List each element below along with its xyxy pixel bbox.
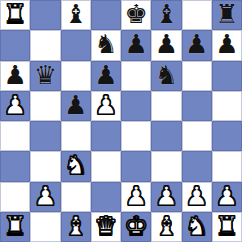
square-d4[interactable] [91, 121, 121, 151]
piece-white-queen[interactable]: ♛ [94, 213, 117, 239]
square-g5[interactable] [182, 91, 212, 121]
square-d7[interactable]: ♞ [91, 30, 121, 60]
piece-black-knight[interactable]: ♞ [155, 62, 178, 88]
square-f2[interactable]: ♟ [151, 182, 181, 212]
piece-black-pawn[interactable]: ♟ [94, 62, 117, 88]
piece-black-pawn[interactable]: ♟ [124, 31, 147, 57]
square-c3[interactable]: ♞ [61, 151, 91, 181]
piece-white-pawn[interactable]: ♟ [94, 92, 117, 118]
square-e4[interactable] [121, 121, 151, 151]
piece-white-rook[interactable]: ♜ [3, 213, 26, 239]
piece-white-pawn[interactable]: ♟ [185, 183, 208, 209]
square-h2[interactable]: ♟ [212, 182, 242, 212]
square-a8[interactable]: ♜ [0, 0, 30, 30]
square-e3[interactable] [121, 151, 151, 181]
square-f5[interactable] [151, 91, 181, 121]
piece-black-queen[interactable]: ♛ [34, 62, 57, 88]
square-c2[interactable] [61, 182, 91, 212]
piece-white-rook[interactable]: ♜ [3, 1, 26, 27]
square-c7[interactable] [61, 30, 91, 60]
square-d8[interactable] [91, 0, 121, 30]
square-b1[interactable] [30, 212, 60, 242]
piece-white-knight[interactable]: ♞ [185, 213, 208, 239]
square-a7[interactable] [0, 30, 30, 60]
square-b5[interactable] [30, 91, 60, 121]
piece-white-rook[interactable]: ♜ [215, 213, 238, 239]
square-g1[interactable]: ♞ [182, 212, 212, 242]
square-g6[interactable] [182, 61, 212, 91]
square-a4[interactable] [0, 121, 30, 151]
piece-white-pawn[interactable]: ♟ [155, 183, 178, 209]
square-a1[interactable]: ♜ [0, 212, 30, 242]
square-d1[interactable]: ♛ [91, 212, 121, 242]
square-b7[interactable] [30, 30, 60, 60]
square-g4[interactable] [182, 121, 212, 151]
piece-black-pawn[interactable]: ♟ [3, 62, 26, 88]
square-c4[interactable] [61, 121, 91, 151]
square-f6[interactable]: ♞ [151, 61, 181, 91]
piece-white-pawn[interactable]: ♟ [124, 183, 147, 209]
piece-white-king[interactable]: ♚ [124, 213, 147, 239]
piece-black-bishop[interactable]: ♝ [64, 1, 87, 27]
square-d5[interactable]: ♟ [91, 91, 121, 121]
square-g2[interactable]: ♟ [182, 182, 212, 212]
square-a2[interactable] [0, 182, 30, 212]
piece-white-knight[interactable]: ♞ [64, 152, 87, 178]
square-f7[interactable]: ♟ [151, 30, 181, 60]
piece-black-rook[interactable]: ♜ [215, 1, 238, 27]
square-e2[interactable]: ♟ [121, 182, 151, 212]
square-h6[interactable] [212, 61, 242, 91]
piece-black-bishop[interactable]: ♝ [155, 1, 178, 27]
square-g7[interactable]: ♟ [182, 30, 212, 60]
square-h5[interactable] [212, 91, 242, 121]
square-e6[interactable] [121, 61, 151, 91]
square-f4[interactable] [151, 121, 181, 151]
square-f1[interactable]: ♝ [151, 212, 181, 242]
piece-white-bishop[interactable]: ♝ [64, 213, 87, 239]
square-e7[interactable]: ♟ [121, 30, 151, 60]
square-b8[interactable] [30, 0, 60, 30]
square-h7[interactable]: ♟ [212, 30, 242, 60]
square-h1[interactable]: ♜ [212, 212, 242, 242]
square-d2[interactable] [91, 182, 121, 212]
piece-black-pawn[interactable]: ♟ [215, 31, 238, 57]
square-a5[interactable]: ♟ [0, 91, 30, 121]
piece-black-pawn[interactable]: ♟ [64, 92, 87, 118]
square-a6[interactable]: ♟ [0, 61, 30, 91]
square-b4[interactable] [30, 121, 60, 151]
square-h8[interactable]: ♜ [212, 0, 242, 30]
piece-black-knight[interactable]: ♞ [94, 31, 117, 57]
chess-board: ♜♝♚♝♜♞♟♟♟♟♟♛♟♞♟♟♟♞♟♟♟♟♟♜♝♛♚♝♞♜ [0, 0, 242, 242]
square-a3[interactable] [0, 151, 30, 181]
square-e1[interactable]: ♚ [121, 212, 151, 242]
square-b2[interactable]: ♟ [30, 182, 60, 212]
square-d3[interactable] [91, 151, 121, 181]
square-b3[interactable] [30, 151, 60, 181]
square-g3[interactable] [182, 151, 212, 181]
piece-white-bishop[interactable]: ♝ [155, 213, 178, 239]
square-c8[interactable]: ♝ [61, 0, 91, 30]
square-d6[interactable]: ♟ [91, 61, 121, 91]
piece-white-pawn[interactable]: ♟ [215, 183, 238, 209]
square-f8[interactable]: ♝ [151, 0, 181, 30]
square-f3[interactable] [151, 151, 181, 181]
square-e5[interactable] [121, 91, 151, 121]
square-c6[interactable] [61, 61, 91, 91]
square-h4[interactable] [212, 121, 242, 151]
piece-white-pawn[interactable]: ♟ [3, 92, 26, 118]
square-b6[interactable]: ♛ [30, 61, 60, 91]
square-g8[interactable] [182, 0, 212, 30]
square-h3[interactable] [212, 151, 242, 181]
piece-black-pawn[interactable]: ♟ [185, 31, 208, 57]
piece-black-pawn[interactable]: ♟ [155, 31, 178, 57]
square-c1[interactable]: ♝ [61, 212, 91, 242]
square-c5[interactable]: ♟ [61, 91, 91, 121]
piece-white-pawn[interactable]: ♟ [34, 183, 57, 209]
square-e8[interactable]: ♚ [121, 0, 151, 30]
piece-black-king[interactable]: ♚ [124, 1, 147, 27]
